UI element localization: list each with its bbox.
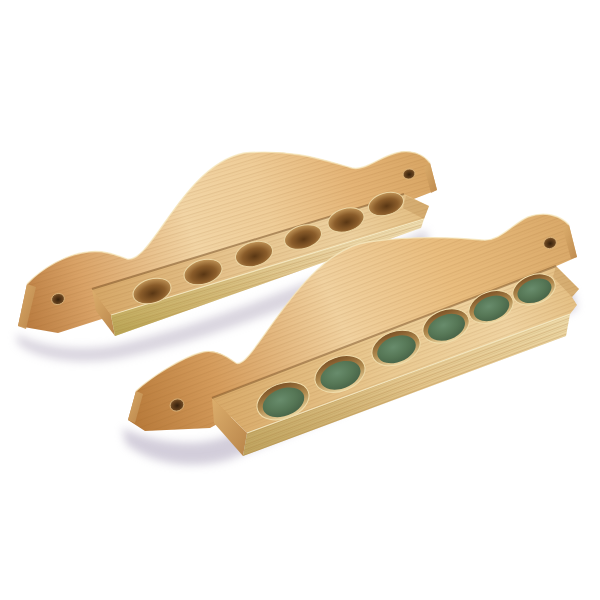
cue-racks-illustration [0,0,600,600]
product-photo: Overhead product photo on a plain white … [0,0,600,600]
